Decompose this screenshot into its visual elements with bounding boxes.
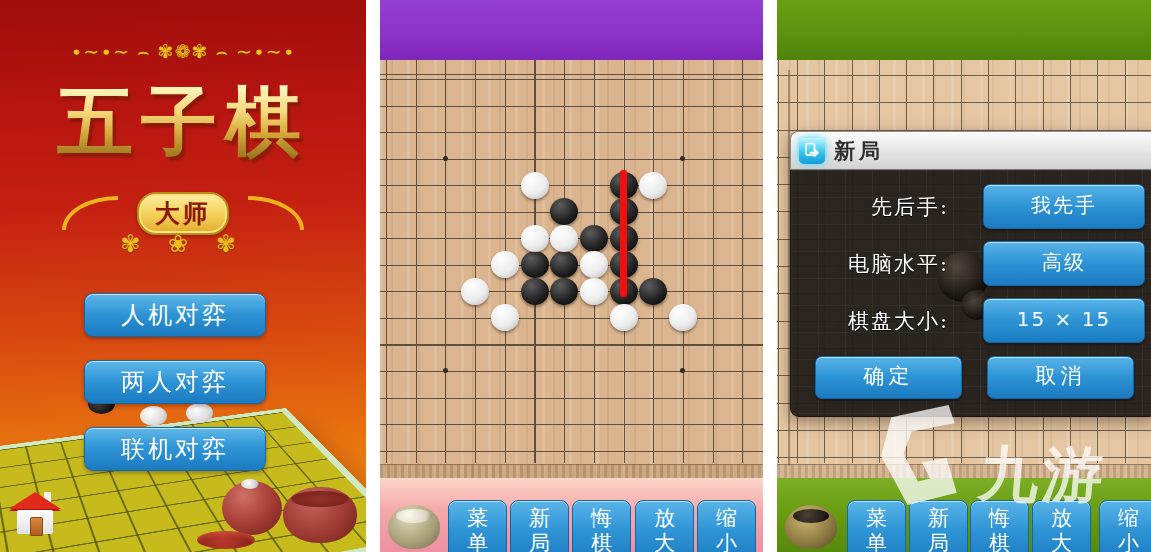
gold-scroll-flourish-right-icon (248, 196, 304, 230)
goban-wood (380, 60, 763, 478)
black-stone (521, 251, 549, 278)
black-stone (580, 225, 608, 252)
white-stone (580, 251, 608, 278)
gold-scroll-flourish-left-icon (62, 196, 118, 230)
ai-level-value-button[interactable]: 高级 (983, 241, 1145, 286)
toolbar-button-undo[interactable]: 悔棋 (970, 500, 1029, 552)
decorative-white-stone (140, 406, 167, 426)
toolbar-button-zoom-in[interactable]: 放大 (635, 500, 694, 552)
menu-button-human-vs-computer[interactable]: 人机对弈 (84, 293, 266, 337)
star-point (680, 368, 685, 373)
master-badge: 大师 (137, 192, 229, 235)
stone-bowl-icon (222, 481, 282, 535)
toolbar-button-menu[interactable]: 菜单 (847, 500, 906, 552)
bottom-toolbar: 菜单 新局 悔棋 放大 缩小 (380, 478, 763, 552)
new-game-dialog-panel: 新局 先后手: 我先手 电脑水平: 高级 棋盘大小: 15 × 15 (777, 0, 1151, 552)
black-stone (639, 278, 667, 305)
star-point (680, 156, 685, 161)
menu-button-online-play[interactable]: 联机对弈 (84, 427, 266, 471)
white-stone (639, 172, 667, 199)
win-line-marker (620, 170, 627, 297)
dialog-title: 新局 (834, 137, 884, 165)
game-board-panel: 菜单 新局 悔棋 放大 缩小 (380, 0, 763, 552)
star-point (443, 156, 448, 161)
cancel-button[interactable]: 取消 (987, 356, 1134, 399)
dialog-actions: 确定 取消 (791, 356, 1151, 399)
white-stone (669, 304, 697, 331)
first-move-value-button[interactable]: 我先手 (983, 184, 1145, 229)
toolbar-button-menu[interactable]: 菜单 (448, 500, 507, 552)
dialog-body: 先后手: 我先手 电脑水平: 高级 棋盘大小: 15 × 15 确定 取消 (790, 170, 1151, 417)
home-icon[interactable] (12, 490, 58, 536)
gold-fan-flourish-icon (0, 230, 366, 258)
toolbar-button-zoom-in[interactable]: 放大 (1032, 500, 1091, 552)
board-size-row: 棋盘大小: 15 × 15 (791, 299, 1151, 342)
board-grid[interactable] (380, 60, 763, 463)
stone-bowl-icon (283, 487, 357, 543)
white-stone-bowl-icon (388, 505, 440, 549)
top-status-bar (380, 0, 763, 60)
first-move-label: 先后手: (791, 193, 949, 221)
black-stone (550, 251, 578, 278)
home-screen-panel: 五子棋 大师 人机对弈 两人对弈 联机对弈 (0, 0, 366, 552)
app-screen: 五子棋 大师 人机对弈 两人对弈 联机对弈 (0, 0, 1151, 552)
black-stone (521, 278, 549, 305)
board-size-label: 棋盘大小: (791, 307, 949, 335)
white-stone (521, 172, 549, 199)
white-stone (491, 304, 519, 331)
black-stone (550, 278, 578, 305)
board-size-value-button[interactable]: 15 × 15 (983, 298, 1145, 343)
white-stone (550, 225, 578, 252)
dialog-title-bar[interactable]: 新局 (790, 131, 1151, 170)
page-title: 五子棋 (0, 80, 366, 164)
bowl-lid-icon (197, 531, 255, 549)
gold-floral-border-icon (0, 40, 366, 63)
ai-level-row: 电脑水平: 高级 (791, 242, 1151, 285)
toolbar-button-undo[interactable]: 悔棋 (572, 500, 631, 552)
toolbar-button-zoom-out[interactable]: 缩小 (1099, 500, 1151, 552)
white-stone (491, 251, 519, 278)
confirm-button[interactable]: 确定 (815, 356, 962, 399)
decorative-white-stone (186, 403, 213, 423)
white-stone (521, 225, 549, 252)
star-point (443, 368, 448, 373)
bottom-toolbar: 菜单 新局 悔棋 放大 缩小 (777, 478, 1151, 552)
black-stone-bowl-icon (785, 505, 837, 549)
toolbar-button-zoom-out[interactable]: 缩小 (697, 500, 756, 552)
top-status-bar (777, 0, 1151, 60)
new-game-page-arrow-icon (799, 138, 825, 164)
panel-divider (366, 0, 380, 552)
toolbar-button-new-game[interactable]: 新局 (510, 500, 569, 552)
panel-divider (763, 0, 777, 552)
white-stone (610, 304, 638, 331)
black-stone (550, 198, 578, 225)
first-move-row: 先后手: 我先手 (791, 185, 1151, 228)
white-stone (461, 278, 489, 305)
ai-level-label: 电脑水平: (791, 250, 949, 278)
toolbar-button-new-game[interactable]: 新局 (909, 500, 968, 552)
menu-button-two-players[interactable]: 两人对弈 (84, 360, 266, 404)
new-game-dialog: 新局 先后手: 我先手 电脑水平: 高级 棋盘大小: 15 × 15 (790, 131, 1151, 417)
white-stone (580, 278, 608, 305)
